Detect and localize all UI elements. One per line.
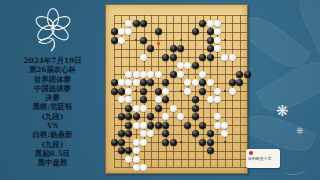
white-stone bbox=[184, 62, 191, 69]
black-stone bbox=[133, 113, 140, 120]
white-player-rank: (九段) bbox=[0, 140, 105, 149]
black-stone bbox=[155, 88, 162, 95]
white-stone bbox=[125, 88, 132, 95]
white-stone bbox=[133, 147, 140, 154]
black-stone bbox=[111, 37, 118, 44]
black-stone bbox=[192, 96, 199, 103]
swirl-decoration bbox=[283, 163, 306, 177]
go-board bbox=[105, 4, 248, 174]
white-stone bbox=[207, 79, 214, 86]
black-stone bbox=[140, 37, 147, 44]
black-stone bbox=[125, 130, 132, 137]
info-panel: 2024年7月19日 第26届农心杯 世界团体赛 中国选拔赛 决赛 黑棋:范廷钰… bbox=[0, 0, 105, 180]
black-stone bbox=[111, 88, 118, 95]
black-stone bbox=[118, 130, 125, 137]
black-stone bbox=[162, 139, 169, 146]
black-stone bbox=[147, 79, 154, 86]
white-stone bbox=[125, 20, 132, 27]
black-stone bbox=[162, 96, 169, 103]
black-stone bbox=[236, 71, 243, 78]
black-stone bbox=[192, 105, 199, 112]
black-stone bbox=[207, 37, 214, 44]
black-stone bbox=[140, 88, 147, 95]
white-stone bbox=[221, 54, 228, 61]
black-stone bbox=[125, 147, 132, 154]
watermark-badge: 哈利路亚十景 bbox=[246, 149, 280, 168]
star-point bbox=[224, 141, 226, 143]
black-stone bbox=[192, 28, 199, 35]
black-stone bbox=[244, 71, 251, 78]
black-stone bbox=[125, 105, 132, 112]
white-stone bbox=[229, 54, 236, 61]
black-stone bbox=[140, 96, 147, 103]
black-stone bbox=[192, 130, 199, 137]
white-stone bbox=[140, 164, 147, 171]
white-stone bbox=[199, 71, 206, 78]
white-stone bbox=[125, 28, 132, 35]
white-stone bbox=[125, 79, 132, 86]
white-stone bbox=[118, 96, 125, 103]
white-stone bbox=[177, 71, 184, 78]
black-stone bbox=[162, 122, 169, 129]
white-stone bbox=[140, 122, 147, 129]
black-stone bbox=[162, 54, 169, 61]
white-stone bbox=[229, 88, 236, 95]
white-stone bbox=[214, 96, 221, 103]
black-stone bbox=[140, 79, 147, 86]
black-stone bbox=[170, 45, 177, 52]
white-stone bbox=[214, 122, 221, 129]
white-stone bbox=[140, 71, 147, 78]
event-stage: 中国选拔赛 bbox=[0, 84, 105, 93]
black-stone bbox=[170, 71, 177, 78]
black-stone bbox=[147, 113, 154, 120]
white-stone bbox=[140, 139, 147, 146]
komi-label: 黑贴6.5目 bbox=[0, 149, 105, 158]
white-stone bbox=[118, 37, 125, 44]
black-stone bbox=[162, 79, 169, 86]
black-stone bbox=[111, 28, 118, 35]
star-point bbox=[180, 141, 182, 143]
black-stone bbox=[111, 79, 118, 86]
white-stone bbox=[214, 88, 221, 95]
event-name-2: 世界团体赛 bbox=[0, 75, 105, 84]
black-stone bbox=[236, 79, 243, 86]
white-stone bbox=[221, 122, 228, 129]
black-stone bbox=[192, 113, 199, 120]
event-name: 第26届农心杯 bbox=[0, 65, 105, 74]
black-stone bbox=[207, 130, 214, 137]
white-stone bbox=[140, 130, 147, 137]
white-stone bbox=[133, 71, 140, 78]
white-stone bbox=[133, 105, 140, 112]
white-stone bbox=[214, 20, 221, 27]
white-stone bbox=[125, 96, 132, 103]
black-stone bbox=[229, 79, 236, 86]
black-stone bbox=[118, 147, 125, 154]
black-stone bbox=[199, 79, 206, 86]
result-label: 黑中盘胜 bbox=[0, 158, 105, 167]
white-stone bbox=[177, 113, 184, 120]
white-stone bbox=[125, 71, 132, 78]
white-stone bbox=[147, 71, 154, 78]
black-stone bbox=[140, 20, 147, 27]
white-stone bbox=[207, 96, 214, 103]
grid-line-horizontal bbox=[114, 100, 247, 101]
black-player-rank: (九段) bbox=[0, 112, 105, 121]
white-stone bbox=[125, 156, 132, 163]
white-stone bbox=[162, 113, 169, 120]
white-stone bbox=[184, 88, 191, 95]
black-stone bbox=[199, 20, 206, 27]
white-stone bbox=[118, 28, 125, 35]
black-player: 黑棋:范廷钰 bbox=[0, 102, 105, 111]
black-stone bbox=[170, 139, 177, 146]
black-stone bbox=[199, 139, 206, 146]
sparkle-flower-icon: ❋ bbox=[296, 124, 304, 139]
white-stone bbox=[207, 20, 214, 27]
black-stone bbox=[118, 113, 125, 120]
white-stone bbox=[133, 156, 140, 163]
white-stone bbox=[170, 105, 177, 112]
white-stone bbox=[147, 130, 154, 137]
black-stone bbox=[118, 88, 125, 95]
black-stone bbox=[133, 20, 140, 27]
match-date: 2024年7月19日 bbox=[0, 56, 105, 65]
flower-petal-decoration bbox=[237, 9, 311, 75]
black-stone bbox=[192, 62, 199, 69]
black-stone bbox=[207, 139, 214, 146]
event-round: 决赛 bbox=[0, 93, 105, 102]
white-stone bbox=[133, 79, 140, 86]
last-move-marker bbox=[157, 42, 160, 45]
white-stone bbox=[140, 54, 147, 61]
black-stone bbox=[207, 45, 214, 52]
white-player: 白棋:杨鼎新 bbox=[0, 130, 105, 139]
black-stone bbox=[184, 122, 191, 129]
star-point bbox=[180, 90, 182, 92]
white-stone bbox=[133, 164, 140, 171]
broadcast-frame: ❋ ❋ 2024年7月19日 第26届农心杯 世界团体赛 中国选拔赛 bbox=[0, 0, 320, 180]
black-stone bbox=[147, 122, 154, 129]
white-stone bbox=[155, 96, 162, 103]
white-stone bbox=[140, 105, 147, 112]
black-stone bbox=[207, 54, 214, 61]
grid-line-vertical bbox=[247, 15, 248, 167]
white-stone bbox=[184, 79, 191, 86]
grid-line-vertical bbox=[195, 15, 196, 167]
black-stone bbox=[125, 113, 132, 120]
white-stone bbox=[214, 28, 221, 35]
white-stone bbox=[214, 113, 221, 120]
white-stone bbox=[118, 79, 125, 86]
white-stone bbox=[133, 122, 140, 129]
watermark-text: 哈利路亚十景 bbox=[248, 156, 271, 161]
white-stone bbox=[177, 62, 184, 69]
black-stone bbox=[155, 105, 162, 112]
black-stone bbox=[147, 45, 154, 52]
tournament-flower-logo-icon bbox=[0, 6, 105, 56]
white-stone bbox=[214, 45, 221, 52]
black-stone bbox=[207, 147, 214, 154]
white-stone bbox=[192, 79, 199, 86]
black-stone bbox=[155, 28, 162, 35]
black-stone bbox=[111, 139, 118, 146]
black-stone bbox=[177, 45, 184, 52]
white-stone bbox=[155, 71, 162, 78]
white-stone bbox=[162, 88, 169, 95]
black-stone bbox=[199, 88, 206, 95]
black-stone bbox=[125, 122, 132, 129]
grid-line-vertical bbox=[240, 15, 241, 167]
white-stone bbox=[221, 130, 228, 137]
versus-label: VS bbox=[0, 121, 105, 130]
black-stone bbox=[199, 54, 206, 61]
black-stone bbox=[162, 130, 169, 137]
red-dot-icon bbox=[249, 151, 253, 155]
black-stone bbox=[199, 122, 206, 129]
match-info: 2024年7月19日 第26届农心杯 世界团体赛 中国选拔赛 决赛 黑棋:范廷钰… bbox=[0, 56, 105, 168]
black-stone bbox=[170, 54, 177, 61]
white-stone bbox=[133, 139, 140, 146]
sparkle-flower-icon: ❋ bbox=[276, 104, 289, 119]
black-stone bbox=[155, 122, 162, 129]
black-stone bbox=[118, 139, 125, 146]
white-stone bbox=[214, 37, 221, 44]
black-stone bbox=[207, 28, 214, 35]
